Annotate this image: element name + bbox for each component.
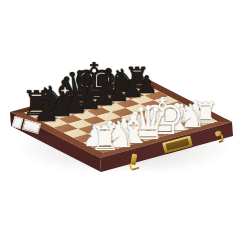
latch-hook	[217, 134, 225, 143]
chess-set-product-photo: ♜♞♝♛♚♝♞♜♟♟♟♟♟♟♟♟♟♟♟♟♟♟♟♟♜♞♝♛♚♝♞♜	[0, 0, 240, 240]
